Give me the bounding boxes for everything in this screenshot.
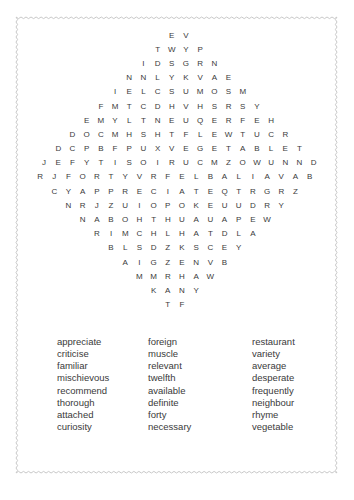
grid-cell: G	[147, 255, 161, 269]
grid-cell: A	[76, 184, 90, 198]
grid-cell: V	[132, 170, 146, 184]
grid-cell: L	[193, 127, 207, 141]
grid-cell: J	[47, 170, 61, 184]
word-list-item: appreciate	[57, 336, 109, 348]
grid-cell: N	[278, 156, 292, 170]
word-list-item: mischievous	[57, 372, 109, 384]
grid-cell: L	[118, 241, 132, 255]
grid-cell: A	[175, 184, 189, 198]
grid-cell: C	[147, 184, 161, 198]
zigzag-border-side	[16, 17, 337, 19]
grid-cell: O	[80, 127, 94, 141]
grid-cell: Y	[80, 156, 94, 170]
grid-cell: I	[108, 156, 122, 170]
grid-cell: C	[132, 227, 146, 241]
grid-cell: P	[90, 184, 104, 198]
grid-cell: U	[179, 85, 193, 99]
grid-cell: E	[51, 156, 65, 170]
grid-cell: E	[207, 127, 221, 141]
word-list-item: criticise	[57, 348, 109, 360]
grid-cell: U	[179, 156, 193, 170]
grid-cell: T	[122, 99, 136, 113]
grid-cell: U	[217, 198, 231, 212]
grid-cell: V	[165, 142, 179, 156]
grid-cell: K	[189, 198, 203, 212]
grid-cell: U	[250, 127, 264, 141]
grid-cell: U	[203, 212, 217, 226]
grid-cell: K	[179, 71, 193, 85]
grid-cell: N	[61, 198, 75, 212]
grid-cell: U	[175, 212, 189, 226]
grid-cell: Y	[118, 170, 132, 184]
word-list-item: foreign	[148, 336, 191, 348]
word-list-item: desperate	[252, 372, 295, 384]
grid-cell: M	[108, 99, 122, 113]
grid-cell: F	[61, 170, 75, 184]
grid-cell: C	[47, 184, 61, 198]
grid-cell: U	[264, 156, 278, 170]
grid-cell: A	[288, 170, 302, 184]
word-list-item: average	[252, 360, 295, 372]
grid-cell: E	[175, 170, 189, 184]
grid-cell: G	[179, 56, 193, 70]
grid-cell: H	[193, 99, 207, 113]
grid-cell: F	[175, 298, 189, 312]
grid-cell: V	[179, 99, 193, 113]
word-list-item: relevant	[148, 360, 191, 372]
grid-cell: I	[108, 85, 122, 99]
grid-cell: H	[122, 127, 136, 141]
grid-cell: V	[179, 28, 193, 42]
word-list-item: frequently	[252, 385, 295, 397]
grid-cell: E	[246, 212, 260, 226]
grid-cell: J	[37, 156, 51, 170]
grid-cell: T	[151, 42, 165, 56]
grid-cell: E	[165, 28, 179, 42]
grid-cell: P	[161, 198, 175, 212]
word-list-item: neighbour	[252, 397, 295, 409]
grid-cell: Y	[61, 184, 75, 198]
grid-cell: K	[175, 241, 189, 255]
word-list-item: curiosity	[57, 421, 109, 433]
grid-cell: T	[94, 156, 108, 170]
grid-cell: O	[118, 212, 132, 226]
grid-cell: O	[76, 170, 90, 184]
grid-cell: L	[264, 142, 278, 156]
grid-cell: T	[221, 142, 235, 156]
grid-cell: J	[90, 198, 104, 212]
grid-cell: B	[104, 241, 118, 255]
grid-cell: R	[147, 170, 161, 184]
grid-cell: F	[108, 142, 122, 156]
grid-cell: O	[175, 198, 189, 212]
word-list-item: familiar	[57, 360, 109, 372]
grid-cell: C	[94, 127, 108, 141]
grid-cell: E	[221, 71, 235, 85]
grid-cell: E	[203, 198, 217, 212]
word-list-item: definite	[148, 397, 191, 409]
grid-cell: D	[307, 156, 321, 170]
grid-cell: M	[236, 85, 250, 99]
grid-cell: B	[94, 142, 108, 156]
grid-cell: E	[132, 184, 146, 198]
grid-cell: T	[236, 127, 250, 141]
grid-cell: H	[147, 227, 161, 241]
grid-cell: R	[278, 127, 292, 141]
grid-cell: D	[217, 227, 231, 241]
grid-cell: Z	[161, 255, 175, 269]
word-list-item: attached	[57, 409, 109, 421]
grid-cell: Y	[274, 198, 288, 212]
grid-cell: C	[136, 99, 150, 113]
grid-cell: N	[122, 71, 136, 85]
grid-cell: H	[175, 269, 189, 283]
grid-cell: S	[236, 99, 250, 113]
grid-cell: P	[80, 142, 94, 156]
grid-cell: N	[189, 255, 203, 269]
grid-cell: M	[118, 227, 132, 241]
grid-cell: C	[65, 142, 79, 156]
grid-cell: S	[207, 99, 221, 113]
grid-cell: Q	[217, 184, 231, 198]
grid-cell: T	[232, 184, 246, 198]
grid-cell: P	[193, 42, 207, 56]
grid-cell: T	[165, 127, 179, 141]
word-list-column: restaurantvarietyaveragedesperatefrequen…	[252, 336, 295, 433]
grid-cell: P	[104, 184, 118, 198]
grid-cell: N	[151, 113, 165, 127]
grid-cell: N	[292, 156, 306, 170]
word-list-item: variety	[252, 348, 295, 360]
grid-cell: M	[193, 85, 207, 99]
grid-cell: R	[161, 269, 175, 283]
grid-cell: C	[151, 85, 165, 99]
grid-cell: E	[217, 241, 231, 255]
grid-cell: T	[147, 212, 161, 226]
grid-cell: P	[122, 142, 136, 156]
grid-cell: S	[221, 85, 235, 99]
grid-cell: S	[132, 241, 146, 255]
grid-cell: V	[274, 170, 288, 184]
grid-cell: I	[104, 227, 118, 241]
grid-cell: F	[236, 113, 250, 127]
word-list-item: vegetable	[252, 421, 295, 433]
grid-cell: M	[108, 127, 122, 141]
grid-cell: E	[207, 113, 221, 127]
grid-cell: H	[165, 99, 179, 113]
grid-cell: Y	[232, 241, 246, 255]
grid-cell: E	[203, 184, 217, 198]
grid-cell: E	[207, 142, 221, 156]
grid-cell: W	[203, 269, 217, 283]
grid-cell: Y	[250, 99, 264, 113]
grid-cell: R	[90, 170, 104, 184]
grid-cell: U	[179, 113, 193, 127]
grid-cell: N	[207, 56, 221, 70]
grid-cell: S	[165, 56, 179, 70]
word-list-item: rhyme	[252, 409, 295, 421]
grid-cell: D	[51, 142, 65, 156]
grid-cell: E	[165, 113, 179, 127]
zigzag-border-side	[16, 17, 18, 473]
zigzag-border-side	[16, 471, 337, 473]
grid-cell: L	[232, 227, 246, 241]
grid-cell: T	[104, 170, 118, 184]
grid-cell: H	[132, 212, 146, 226]
grid-cell: B	[217, 255, 231, 269]
grid-cell: L	[161, 227, 175, 241]
grid-cell: U	[232, 198, 246, 212]
grid-cell: K	[147, 283, 161, 297]
grid-cell: L	[232, 170, 246, 184]
grid-cell: T	[292, 142, 306, 156]
grid-cell: I	[161, 184, 175, 198]
grid-cell: L	[151, 71, 165, 85]
grid-cell: A	[246, 227, 260, 241]
grid-cell: Z	[221, 156, 235, 170]
grid-cell: N	[76, 212, 90, 226]
grid-cell: R	[221, 99, 235, 113]
grid-cell: I	[136, 56, 150, 70]
grid-cell: E	[250, 113, 264, 127]
grid-cell: R	[274, 184, 288, 198]
grid-cell: B	[303, 170, 317, 184]
grid-cell: I	[132, 255, 146, 269]
grid-cell: R	[165, 156, 179, 170]
word-list-column: foreignmusclerelevanttwelfthavailabledef…	[148, 336, 191, 433]
grid-cell: V	[193, 71, 207, 85]
grid-cell: U	[136, 142, 150, 156]
grid-cell: F	[179, 127, 193, 141]
grid-cell: B	[203, 170, 217, 184]
grid-cell: A	[90, 212, 104, 226]
grid-cell: M	[207, 156, 221, 170]
grid-cell: F	[94, 99, 108, 113]
grid-cell: E	[122, 85, 136, 99]
grid-cell: T	[161, 298, 175, 312]
grid-cell: I	[246, 170, 260, 184]
grid-cell: R	[90, 227, 104, 241]
grid-cell: R	[76, 198, 90, 212]
grid-cell: I	[132, 198, 146, 212]
grid-cell: O	[236, 156, 250, 170]
grid-cell: F	[65, 156, 79, 170]
grid-cell: Q	[193, 113, 207, 127]
grid-cell: E	[179, 142, 193, 156]
grid-cell: W	[221, 127, 235, 141]
word-list-item: twelfth	[148, 372, 191, 384]
grid-cell: S	[165, 85, 179, 99]
grid-cell: A	[217, 170, 231, 184]
grid-cell: Y	[179, 42, 193, 56]
grid-cell: D	[147, 241, 161, 255]
grid-cell: L	[136, 85, 150, 99]
grid-cell: H	[264, 113, 278, 127]
grid-cell: Z	[104, 198, 118, 212]
grid-cell: S	[122, 156, 136, 170]
grid-cell: B	[250, 142, 264, 156]
grid-cell: W	[165, 42, 179, 56]
grid-cell: E	[278, 142, 292, 156]
grid-cell: O	[147, 198, 161, 212]
grid-cell: G	[193, 142, 207, 156]
grid-cell: Z	[161, 241, 175, 255]
grid-cell: A	[189, 269, 203, 283]
grid-cell: O	[207, 85, 221, 99]
grid-cell: D	[65, 127, 79, 141]
grid-cell: X	[151, 142, 165, 156]
grid-cell: D	[151, 56, 165, 70]
word-list-item: thorough	[57, 397, 109, 409]
zigzag-border-side	[335, 17, 337, 473]
grid-cell: W	[250, 156, 264, 170]
grid-cell: R	[118, 184, 132, 198]
grid-cell: U	[118, 198, 132, 212]
grid-cell: A	[189, 212, 203, 226]
grid-cell: T	[189, 184, 203, 198]
grid-cell: N	[136, 71, 150, 85]
grid-cell: C	[203, 241, 217, 255]
grid-cell: R	[246, 184, 260, 198]
wordsearch-grid: EVTWYPIDSGRNNNLYKVAEIELCSUMOSMFMTCDHVHSR…	[37, 28, 321, 312]
grid-cell: S	[136, 127, 150, 141]
grid-cell: Y	[108, 113, 122, 127]
grid-cell: Z	[288, 184, 302, 198]
word-list-item: available	[148, 385, 191, 397]
grid-cell: T	[203, 227, 217, 241]
grid-cell: L	[189, 170, 203, 184]
grid-cell: A	[189, 227, 203, 241]
grid-cell: R	[221, 113, 235, 127]
grid-cell: A	[217, 212, 231, 226]
grid-cell: R	[193, 56, 207, 70]
grid-cell: M	[132, 269, 146, 283]
grid-cell: P	[232, 212, 246, 226]
word-list-item: necessary	[148, 421, 191, 433]
grid-cell: A	[207, 71, 221, 85]
grid-cell: H	[175, 227, 189, 241]
grid-cell: A	[118, 255, 132, 269]
grid-cell: S	[189, 241, 203, 255]
grid-cell: R	[33, 170, 47, 184]
grid-cell: A	[236, 142, 250, 156]
word-list-item: restaurant	[252, 336, 295, 348]
grid-cell: Y	[189, 283, 203, 297]
grid-cell: E	[175, 255, 189, 269]
word-list-item: recommend	[57, 385, 109, 397]
grid-cell: B	[104, 212, 118, 226]
grid-cell: W	[260, 212, 274, 226]
grid-cell: E	[80, 113, 94, 127]
grid-cell: A	[260, 170, 274, 184]
grid-cell: D	[246, 198, 260, 212]
grid-cell: R	[260, 198, 274, 212]
grid-cell: F	[161, 170, 175, 184]
grid-cell: H	[151, 127, 165, 141]
grid-cell: G	[260, 184, 274, 198]
grid-cell: M	[94, 113, 108, 127]
worksheet-page: EVTWYPIDSGRNNNLYKVAEIELCSUMOSMFMTCDHVHSR…	[0, 0, 354, 500]
word-list-item: forty	[148, 409, 191, 421]
grid-cell: H	[161, 212, 175, 226]
grid-cell: O	[136, 156, 150, 170]
grid-cell: M	[147, 269, 161, 283]
grid-cell: C	[193, 156, 207, 170]
grid-cell: T	[136, 113, 150, 127]
grid-cell: D	[151, 99, 165, 113]
grid-cell: N	[175, 283, 189, 297]
grid-cell: V	[203, 255, 217, 269]
word-list-column: appreciatecriticisefamiliarmischievousre…	[57, 336, 109, 433]
grid-cell: I	[151, 156, 165, 170]
word-list-item: muscle	[148, 348, 191, 360]
grid-cell: A	[161, 283, 175, 297]
grid-cell: C	[264, 127, 278, 141]
grid-cell: Y	[165, 71, 179, 85]
grid-cell: L	[122, 113, 136, 127]
